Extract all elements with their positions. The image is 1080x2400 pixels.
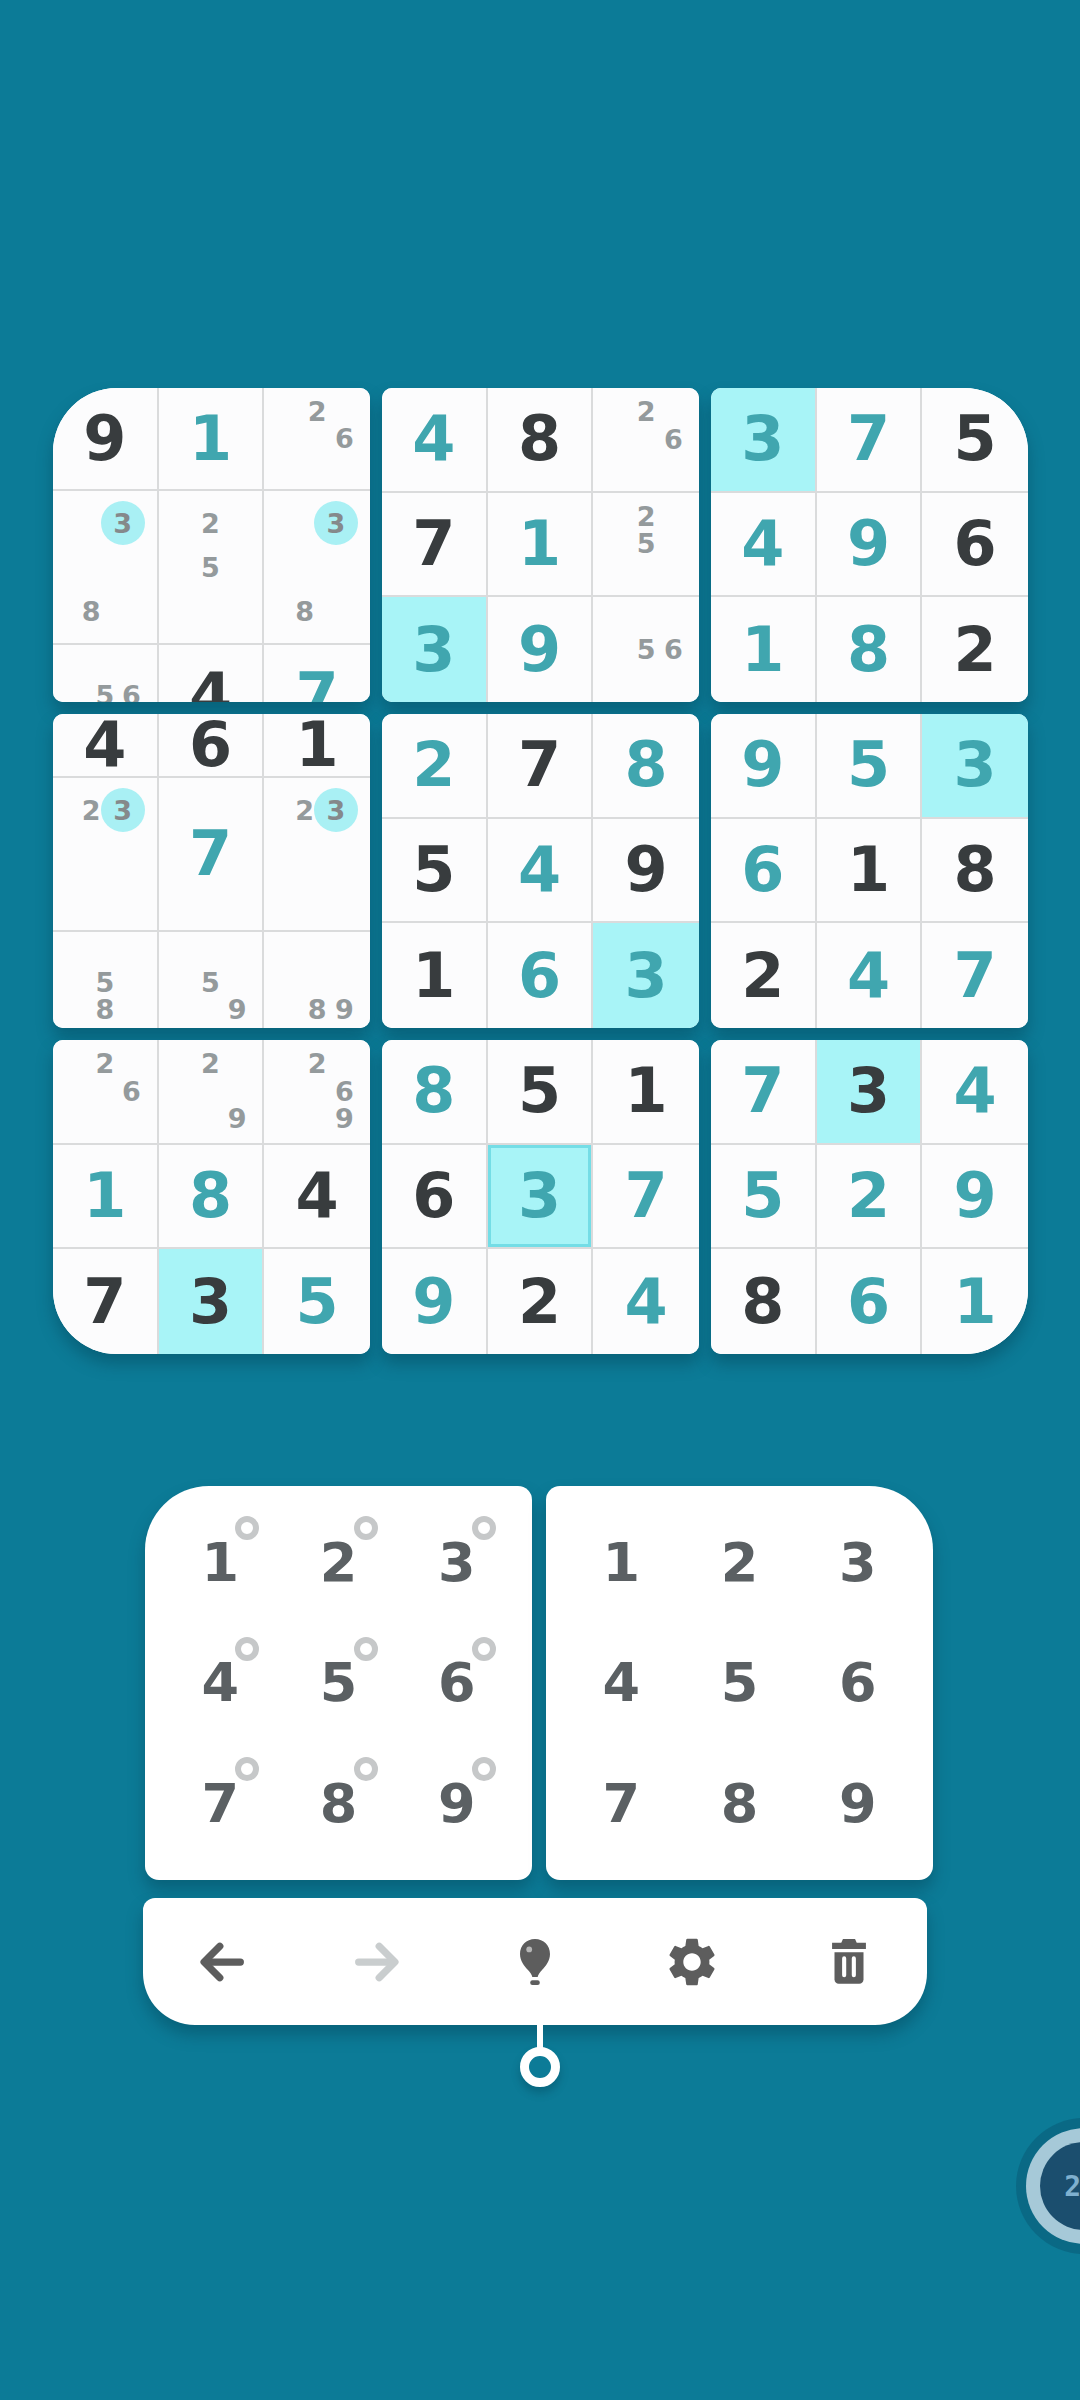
pencil-notes: 23 (264, 778, 370, 930)
cell-value: 8 (625, 734, 668, 796)
timer-badge-inner: 22 (1040, 2142, 1080, 2230)
note-8: 8 (92, 996, 119, 1023)
cell-r4c8[interactable]: 5 (817, 714, 923, 819)
box-7: 2629269184735 (53, 1040, 370, 1354)
cell-r5c3[interactable]: 23 (264, 778, 370, 932)
note-mode-ring-icon (472, 1637, 496, 1661)
cell-value: 6 (412, 1165, 455, 1227)
note-5: 5 (633, 636, 660, 664)
digit-9-key[interactable]: 9 (799, 1743, 917, 1864)
pencil-notes: 23 (53, 778, 157, 930)
cell-r8c8[interactable]: 2 (817, 1145, 923, 1250)
erase-button[interactable] (817, 1930, 881, 1994)
pencil-notes: 58 (53, 932, 157, 1028)
lightbulb-icon (506, 1933, 564, 1991)
note-3: 3 (101, 501, 145, 545)
cell-r6c6[interactable]: 3 (593, 923, 699, 1028)
pencil-notes: 38 (264, 491, 370, 643)
note-9-key[interactable]: 9 (398, 1743, 516, 1864)
cell-value: 7 (741, 1060, 784, 1122)
note-6: 6 (331, 1078, 358, 1106)
cell-r8c4[interactable]: 6 (382, 1145, 488, 1250)
cell-r9c9[interactable]: 1 (922, 1249, 1028, 1354)
cell-value: 2 (518, 1271, 561, 1333)
pencil-notes: 59 (159, 932, 263, 1028)
note-mode-ring-icon (354, 1637, 378, 1661)
box-4: 46123723585989 (53, 714, 370, 1028)
note-2: 2 (92, 1050, 119, 1078)
cell-r6c1[interactable]: 58 (53, 932, 159, 1028)
pencil-notes: 29 (159, 1040, 263, 1143)
cell-r1c3[interactable]: 26 (264, 388, 370, 491)
note-5: 5 (197, 545, 224, 589)
cell-value: 7 (847, 408, 890, 470)
key-digit: 8 (721, 1772, 759, 1835)
digit-1-key[interactable]: 1 (562, 1502, 680, 1623)
cell-value: 3 (518, 1165, 561, 1227)
cell-value: 7 (518, 734, 561, 796)
normal-numpad: 123456789 (546, 1486, 933, 1880)
note-mode-ring-icon (354, 1757, 378, 1781)
cell-r3c8[interactable]: 8 (817, 597, 923, 702)
cell-r1c2[interactable]: 1 (159, 388, 265, 491)
cell-r8c3[interactable]: 4 (264, 1145, 370, 1250)
note-6: 6 (660, 636, 687, 664)
pencil-notes: 269 (264, 1040, 370, 1143)
cell-value: 9 (847, 513, 890, 575)
cell-r6c8[interactable]: 4 (817, 923, 923, 1028)
cell-value: 9 (412, 1271, 455, 1333)
note-3: 3 (314, 501, 358, 545)
cell-r5c5[interactable]: 4 (488, 819, 594, 924)
toolbar (143, 1898, 927, 2025)
gear-icon (663, 1933, 721, 1991)
cell-r6c2[interactable]: 59 (159, 932, 265, 1028)
cell-r5c1[interactable]: 23 (53, 778, 159, 932)
note-8-key[interactable]: 8 (279, 1743, 397, 1864)
cell-value: 3 (741, 408, 784, 470)
cell-value: 8 (189, 1165, 232, 1227)
cell-value: 2 (954, 619, 997, 681)
cell-r2c8[interactable]: 9 (817, 493, 923, 598)
digit-7-key[interactable]: 7 (562, 1743, 680, 1864)
cell-value: 1 (518, 513, 561, 575)
key-digit: 6 (839, 1651, 877, 1714)
cell-value: 5 (954, 408, 997, 470)
key-digit: 1 (602, 1531, 640, 1594)
cell-r3c3[interactable]: 7 (264, 645, 370, 702)
arrow-right-icon (349, 1933, 407, 1991)
digit-4-key[interactable]: 4 (562, 1623, 680, 1744)
cell-value: 1 (296, 714, 339, 776)
cell-r8c9[interactable]: 9 (922, 1145, 1028, 1250)
cell-r3c1[interactable]: 56 (53, 645, 159, 702)
cell-r2c6[interactable]: 25 (593, 493, 699, 598)
cell-value: 3 (625, 945, 668, 1007)
cell-r2c4[interactable]: 7 (382, 493, 488, 598)
note-6: 6 (118, 1078, 145, 1106)
cell-r3c2[interactable]: 4 (159, 645, 265, 702)
cell-r9c2[interactable]: 3 (159, 1249, 265, 1354)
box-5: 278549163 (382, 714, 699, 1028)
cell-r6c7[interactable]: 2 (711, 923, 817, 1028)
cell-value: 6 (954, 513, 997, 575)
note-9: 9 (331, 996, 358, 1023)
settings-button[interactable] (660, 1930, 724, 1994)
cell-r5c6[interactable]: 9 (593, 819, 699, 924)
trash-icon (820, 1933, 878, 1991)
key-digit: 3 (438, 1531, 476, 1594)
pencil-notes: 25 (593, 493, 699, 596)
note-5: 5 (633, 530, 660, 558)
cell-value: 9 (83, 408, 126, 470)
note-3: 3 (314, 788, 358, 832)
note-9: 9 (224, 996, 251, 1023)
cell-r9c4[interactable]: 9 (382, 1249, 488, 1354)
cell-r4c4[interactable]: 2 (382, 714, 488, 819)
cell-r4c5[interactable]: 7 (488, 714, 594, 819)
note-2: 2 (197, 1050, 224, 1078)
cell-value: 7 (83, 1271, 126, 1333)
cell-value: 3 (189, 1271, 232, 1333)
cell-value: 3 (954, 734, 997, 796)
cell-value: 3 (412, 619, 455, 681)
digit-8-key[interactable]: 8 (680, 1743, 798, 1864)
note-3: 3 (101, 788, 145, 832)
cell-r8c2[interactable]: 8 (159, 1145, 265, 1250)
timer-badge[interactable]: 22 (1026, 2128, 1080, 2244)
cell-value: 9 (741, 734, 784, 796)
cell-r7c8[interactable]: 3 (817, 1040, 923, 1145)
cell-value: 4 (518, 839, 561, 901)
note-8: 8 (82, 589, 101, 633)
cell-value: 8 (847, 619, 890, 681)
note-9: 9 (224, 1105, 251, 1133)
key-digit: 9 (839, 1772, 877, 1835)
cell-r6c4[interactable]: 1 (382, 923, 488, 1028)
note-mode-ring-icon (472, 1516, 496, 1540)
cell-value: 8 (518, 408, 561, 470)
cell-r1c1[interactable]: 9 (53, 388, 159, 491)
note-2-key[interactable]: 2 (279, 1502, 397, 1623)
cell-r7c4[interactable]: 8 (382, 1040, 488, 1145)
cell-r3c6[interactable]: 56 (593, 597, 699, 702)
cell-value: 1 (741, 619, 784, 681)
key-digit: 5 (320, 1651, 358, 1714)
timer-badge-text: 22 (1064, 2170, 1080, 2203)
cell-value: 4 (83, 714, 126, 776)
note-8: 8 (295, 589, 314, 633)
cell-r5c7[interactable]: 6 (711, 819, 817, 924)
key-digit: 7 (201, 1772, 239, 1835)
cell-r2c7[interactable]: 4 (711, 493, 817, 598)
cell-value: 4 (954, 1060, 997, 1122)
cell-value: 9 (518, 619, 561, 681)
cell-r4c6[interactable]: 8 (593, 714, 699, 819)
pencil-notes: 25 (159, 491, 263, 643)
cell-value: 2 (741, 945, 784, 1007)
cell-r1c5[interactable]: 8 (488, 388, 594, 493)
note-mode-ring-icon (235, 1637, 259, 1661)
cell-r5c2[interactable]: 7 (159, 778, 265, 932)
digit-2-key[interactable]: 2 (680, 1502, 798, 1623)
cell-value: 1 (412, 945, 455, 1007)
cell-value: 5 (518, 1060, 561, 1122)
cell-r9c6[interactable]: 4 (593, 1249, 699, 1354)
cell-r4c9[interactable]: 3 (922, 714, 1028, 819)
cell-r9c1[interactable]: 7 (53, 1249, 159, 1354)
cell-value: 4 (847, 945, 890, 1007)
key-digit: 6 (438, 1651, 476, 1714)
note-2: 2 (197, 501, 224, 545)
cell-value: 2 (847, 1165, 890, 1227)
cell-value: 5 (296, 1271, 339, 1333)
digit-3-key[interactable]: 3 (799, 1502, 917, 1623)
cell-value: 6 (518, 945, 561, 1007)
cell-r2c5[interactable]: 1 (488, 493, 594, 598)
cell-r9c7[interactable]: 8 (711, 1249, 817, 1354)
cell-r8c6[interactable]: 7 (593, 1145, 699, 1250)
cell-r4c2[interactable]: 6 (159, 714, 265, 778)
box-2: 482671253956 (382, 388, 699, 702)
pencil-notes: 56 (53, 645, 157, 702)
cell-value: 5 (741, 1165, 784, 1227)
cell-r7c6[interactable]: 1 (593, 1040, 699, 1145)
note-4-key[interactable]: 4 (161, 1623, 279, 1744)
note-6: 6 (660, 426, 687, 454)
key-digit: 4 (602, 1651, 640, 1714)
key-digit: 2 (320, 1531, 358, 1594)
cell-r2c1[interactable]: 38 (53, 491, 159, 645)
cell-value: 5 (847, 734, 890, 796)
cell-r7c9[interactable]: 4 (922, 1040, 1028, 1145)
note-3-key[interactable]: 3 (398, 1502, 516, 1623)
note-mode-ring-icon (235, 1757, 259, 1781)
cell-r6c3[interactable]: 89 (264, 932, 370, 1028)
cell-r7c5[interactable]: 5 (488, 1040, 594, 1145)
drag-handle[interactable] (520, 2047, 560, 2087)
cell-value: 3 (847, 1060, 890, 1122)
note-6-key[interactable]: 6 (398, 1623, 516, 1744)
hint-button[interactable] (503, 1930, 567, 1994)
cell-value: 1 (847, 839, 890, 901)
cell-r1c7[interactable]: 3 (711, 388, 817, 493)
cell-r1c8[interactable]: 7 (817, 388, 923, 493)
cell-r7c7[interactable]: 7 (711, 1040, 817, 1145)
note-2: 2 (304, 398, 331, 425)
arrow-left-icon (192, 1933, 250, 1991)
cell-r3c9[interactable]: 2 (922, 597, 1028, 702)
cell-r4c7[interactable]: 9 (711, 714, 817, 819)
key-digit: 1 (201, 1531, 239, 1594)
cell-value: 7 (625, 1165, 668, 1227)
pencil-notes: 89 (264, 932, 370, 1028)
note-mode-ring-icon (235, 1516, 259, 1540)
cell-r3c4[interactable]: 3 (382, 597, 488, 702)
box-9: 734529861 (711, 1040, 1028, 1354)
cell-value: 8 (412, 1060, 455, 1122)
box-6: 953618247 (711, 714, 1028, 1028)
cell-value: 4 (625, 1271, 668, 1333)
cell-r8c1[interactable]: 1 (53, 1145, 159, 1250)
cell-value: 5 (412, 839, 455, 901)
cell-r7c3[interactable]: 269 (264, 1040, 370, 1145)
note-6: 6 (331, 425, 358, 452)
box-3: 375496182 (711, 388, 1028, 702)
cell-r6c5[interactable]: 6 (488, 923, 594, 1028)
cell-value: 6 (741, 839, 784, 901)
cell-r1c9[interactable]: 5 (922, 388, 1028, 493)
note-mode-ring-icon (354, 1516, 378, 1540)
notes-numpad: 123456789 (145, 1486, 532, 1880)
cell-value: 8 (954, 839, 997, 901)
pencil-notes: 38 (53, 491, 157, 643)
cell-value: 4 (741, 513, 784, 575)
note-2: 2 (295, 788, 314, 832)
digit-5-key[interactable]: 5 (680, 1623, 798, 1744)
cell-value: 6 (847, 1271, 890, 1333)
note-5: 5 (92, 969, 119, 996)
note-7-key[interactable]: 7 (161, 1743, 279, 1864)
cell-value: 6 (189, 714, 232, 776)
note-5: 5 (92, 682, 119, 702)
pencil-notes: 26 (53, 1040, 157, 1143)
cell-r3c7[interactable]: 1 (711, 597, 817, 702)
cell-r7c2[interactable]: 29 (159, 1040, 265, 1145)
cell-r3c5[interactable]: 9 (488, 597, 594, 702)
note-9: 9 (331, 1105, 358, 1133)
cell-r5c9[interactable]: 8 (922, 819, 1028, 924)
sudoku-board: 9126382538564748267125395637549618246123… (53, 388, 1028, 1354)
undo-button[interactable] (189, 1930, 253, 1994)
key-digit: 4 (201, 1651, 239, 1714)
cell-value: 9 (625, 839, 668, 901)
cell-value: 8 (741, 1271, 784, 1333)
pencil-notes: 56 (593, 597, 699, 702)
cell-r6c9[interactable]: 7 (922, 923, 1028, 1028)
pencil-notes: 26 (593, 388, 699, 491)
cell-value: 4 (296, 1165, 339, 1227)
box-1: 91263825385647 (53, 388, 370, 702)
key-digit: 9 (438, 1772, 476, 1835)
cell-r2c9[interactable]: 6 (922, 493, 1028, 598)
cell-r5c4[interactable]: 5 (382, 819, 488, 924)
key-digit: 2 (721, 1531, 759, 1594)
cell-value: 1 (625, 1060, 668, 1122)
cell-r1c6[interactable]: 26 (593, 388, 699, 493)
note-2: 2 (82, 788, 101, 832)
note-2: 2 (304, 1050, 331, 1078)
cell-value: 4 (189, 665, 232, 703)
cell-r7c1[interactable]: 26 (53, 1040, 159, 1145)
key-digit: 3 (839, 1531, 877, 1594)
key-digit: 5 (721, 1651, 759, 1714)
cell-r9c3[interactable]: 5 (264, 1249, 370, 1354)
box-8: 851637924 (382, 1040, 699, 1354)
note-5-key[interactable]: 5 (279, 1623, 397, 1744)
cell-value: 7 (296, 665, 339, 703)
cell-value: 2 (412, 734, 455, 796)
key-digit: 8 (320, 1772, 358, 1835)
cell-value: 4 (412, 408, 455, 470)
cell-r8c7[interactable]: 5 (711, 1145, 817, 1250)
digit-6-key[interactable]: 6 (799, 1623, 917, 1744)
note-8: 8 (304, 996, 331, 1023)
cell-r8c5[interactable]: 3 (488, 1145, 594, 1250)
cell-value: 1 (189, 408, 232, 470)
cell-r9c8[interactable]: 6 (817, 1249, 923, 1354)
cell-r2c3[interactable]: 38 (264, 491, 370, 645)
note-mode-ring-icon (472, 1757, 496, 1781)
cell-value: 7 (189, 823, 232, 885)
cell-value: 1 (83, 1165, 126, 1227)
cell-r4c1[interactable]: 4 (53, 714, 159, 778)
cell-value: 1 (954, 1271, 997, 1333)
cell-value: 7 (412, 513, 455, 575)
cell-r9c5[interactable]: 2 (488, 1249, 594, 1354)
numpad-section: 123456789 123456789 (145, 1486, 933, 1880)
cell-value: 9 (954, 1165, 997, 1227)
cell-r5c8[interactable]: 1 (817, 819, 923, 924)
key-digit: 7 (602, 1772, 640, 1835)
cell-r4c3[interactable]: 1 (264, 714, 370, 778)
note-1-key[interactable]: 1 (161, 1502, 279, 1623)
note-5: 5 (197, 969, 224, 996)
note-2: 2 (633, 503, 660, 531)
note-6: 6 (118, 682, 145, 702)
redo-button[interactable] (346, 1930, 410, 1994)
cell-value: 7 (954, 945, 997, 1007)
note-2: 2 (633, 398, 660, 426)
cell-r2c2[interactable]: 25 (159, 491, 265, 645)
cell-r1c4[interactable]: 4 (382, 388, 488, 493)
pencil-notes: 26 (264, 388, 370, 489)
